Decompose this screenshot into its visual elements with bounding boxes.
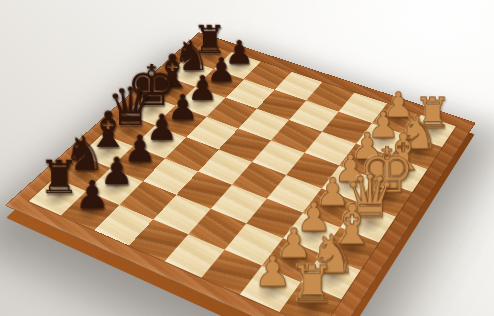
black-pawn-glyph: ♟ — [44, 176, 139, 215]
square-a1[interactable]: ♜ — [280, 282, 342, 316]
board-frame: ♜♞♝♛♚♝♞♜♟♟♟♟♟♟♟♟♟♟♟♟♟♟♟♟♜♞♝♛♚♝♞♜ — [5, 32, 476, 316]
photo-background: ♜♞♝♛♚♝♞♜♟♟♟♟♟♟♟♟♟♟♟♟♟♟♟♟♜♞♝♛♚♝♞♜ — [0, 0, 494, 316]
board-grid: ♜♞♝♛♚♝♞♜♟♟♟♟♟♟♟♟♟♟♟♟♟♟♟♟♜♞♝♛♚♝♞♜ — [29, 42, 456, 316]
chess-board: ♜♞♝♛♚♝♞♜♟♟♟♟♟♟♟♟♟♟♟♟♟♟♟♟♜♞♝♛♚♝♞♜ — [5, 32, 476, 316]
white-rook-glyph: ♜ — [259, 259, 365, 311]
